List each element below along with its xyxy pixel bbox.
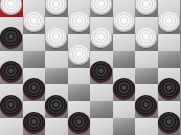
white-piece[interactable] — [158, 11, 180, 32]
black-piece[interactable] — [68, 112, 90, 133]
board-square[interactable] — [90, 118, 113, 135]
board-square[interactable] — [23, 51, 46, 68]
board-square[interactable] — [0, 118, 23, 135]
black-piece[interactable] — [158, 112, 180, 133]
board-square[interactable] — [158, 51, 181, 68]
board-square[interactable] — [158, 34, 181, 51]
board-square[interactable] — [113, 118, 136, 135]
board-square[interactable] — [23, 34, 46, 51]
white-piece[interactable] — [23, 11, 45, 32]
board-square[interactable] — [45, 51, 68, 68]
board-square[interactable] — [90, 84, 113, 101]
white-piece[interactable] — [113, 11, 135, 32]
checkers-game-screen — [0, 0, 180, 135]
board-square[interactable] — [113, 34, 136, 51]
white-piece[interactable] — [68, 44, 90, 65]
board-square[interactable] — [68, 68, 91, 85]
white-piece[interactable] — [68, 11, 90, 32]
board-square[interactable] — [135, 51, 158, 68]
board-square[interactable] — [113, 51, 136, 68]
black-piece[interactable] — [158, 78, 180, 99]
board-square[interactable] — [45, 118, 68, 135]
board-square[interactable] — [135, 68, 158, 85]
board-square[interactable] — [68, 84, 91, 101]
board-square[interactable] — [113, 101, 136, 118]
board-square[interactable] — [135, 118, 158, 135]
board-square[interactable] — [45, 68, 68, 85]
board-square[interactable] — [90, 101, 113, 118]
black-piece[interactable] — [23, 78, 45, 99]
black-piece[interactable] — [113, 78, 135, 99]
black-piece[interactable] — [23, 112, 45, 133]
